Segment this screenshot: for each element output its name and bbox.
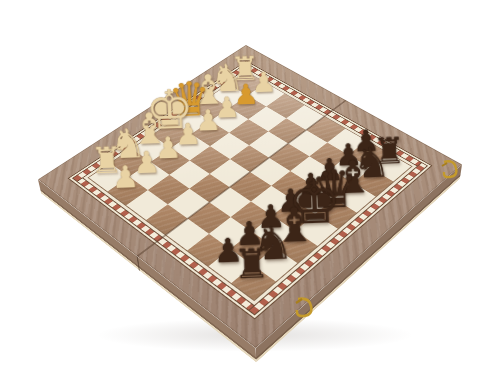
chess-board: ♜♞♝♛♚♝♞♜♟♟♟♟♟♟♟♟♟♟♟♟♟♟♟♟♜♞♝♛♚♝♞♜ xyxy=(38,45,462,348)
piece-black-rook-h8: ♜ xyxy=(217,243,286,286)
brass-clasp-right xyxy=(440,158,462,184)
piece-white-pawn-h2: ♟ xyxy=(94,161,156,194)
brass-clasp-bottom xyxy=(293,296,317,324)
product-photo: ♜♞♝♛♚♝♞♜♟♟♟♟♟♟♟♟♟♟♟♟♟♟♟♟♜♞♝♛♚♝♞♜ xyxy=(0,0,500,367)
